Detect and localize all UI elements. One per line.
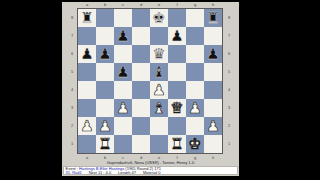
square-d1[interactable] bbox=[132, 135, 150, 153]
material-balance: Material 0 bbox=[143, 171, 161, 175]
piece-black-queen[interactable]: ♛ bbox=[150, 45, 168, 63]
square-h2[interactable]: ♟ bbox=[204, 117, 222, 135]
rank-label-6: 6 bbox=[225, 45, 233, 63]
piece-black-pawn[interactable]: ♟ bbox=[96, 45, 114, 63]
square-e6[interactable]: ♛ bbox=[150, 45, 168, 63]
square-h5[interactable] bbox=[204, 63, 222, 81]
square-e4[interactable]: ♟ bbox=[150, 81, 168, 99]
rank-labels-right: 87654321 bbox=[225, 9, 233, 153]
piece-white-rook[interactable]: ♜ bbox=[96, 135, 114, 153]
square-h3[interactable] bbox=[204, 99, 222, 117]
square-c3[interactable]: ♟ bbox=[114, 99, 132, 117]
square-a3[interactable] bbox=[78, 99, 96, 117]
rank-label-5: 5 bbox=[225, 63, 233, 81]
piece-black-pawn[interactable]: ♟ bbox=[204, 45, 222, 63]
rank-label-2: 2 bbox=[68, 117, 76, 135]
game-title: Gaprindashvili, Nona (USSR) - Tanner, He… bbox=[62, 159, 239, 166]
square-b1[interactable]: ♜ bbox=[96, 135, 114, 153]
square-g3[interactable]: ♟ bbox=[186, 99, 204, 117]
piece-black-pawn[interactable]: ♟ bbox=[168, 27, 186, 45]
rank-label-7: 7 bbox=[68, 27, 76, 45]
rank-label-8: 8 bbox=[68, 9, 76, 27]
piece-black-pawn[interactable]: ♟ bbox=[78, 45, 96, 63]
square-b8[interactable] bbox=[96, 9, 114, 27]
next-eval: Next 11 : 4.0 bbox=[89, 171, 111, 175]
game-length: Length 47 bbox=[118, 171, 136, 175]
piece-black-bishop[interactable]: ♝ bbox=[150, 63, 168, 81]
rank-labels-left: 87654321 bbox=[68, 9, 76, 153]
square-f8[interactable] bbox=[168, 9, 186, 27]
square-e5[interactable]: ♝ bbox=[150, 63, 168, 81]
square-e7[interactable] bbox=[150, 27, 168, 45]
square-a4[interactable] bbox=[78, 81, 96, 99]
square-d2[interactable] bbox=[132, 117, 150, 135]
square-d8[interactable] bbox=[132, 9, 150, 27]
rank-label-3: 3 bbox=[225, 99, 233, 117]
square-a6[interactable]: ♟ bbox=[78, 45, 96, 63]
square-d7[interactable] bbox=[132, 27, 150, 45]
square-d6[interactable] bbox=[132, 45, 150, 63]
square-b4[interactable] bbox=[96, 81, 114, 99]
rank-label-8: 8 bbox=[225, 9, 233, 27]
square-g1[interactable]: ♚ bbox=[186, 135, 204, 153]
square-d3[interactable] bbox=[132, 99, 150, 117]
square-f4[interactable] bbox=[168, 81, 186, 99]
piece-black-king[interactable]: ♚ bbox=[150, 9, 168, 27]
square-c6[interactable] bbox=[114, 45, 132, 63]
rank-label-1: 1 bbox=[225, 135, 233, 153]
square-h6[interactable]: ♟ bbox=[204, 45, 222, 63]
piece-white-pawn[interactable]: ♟ bbox=[114, 99, 132, 117]
square-a5[interactable] bbox=[78, 63, 96, 81]
square-f2[interactable] bbox=[168, 117, 186, 135]
piece-white-pawn[interactable]: ♟ bbox=[150, 81, 168, 99]
piece-white-pawn[interactable]: ♟ bbox=[186, 99, 204, 117]
rank-label-4: 4 bbox=[225, 81, 233, 99]
square-c8[interactable] bbox=[114, 9, 132, 27]
rank-label-1: 1 bbox=[68, 135, 76, 153]
rank-label-4: 4 bbox=[68, 81, 76, 99]
square-a7[interactable] bbox=[78, 27, 96, 45]
square-f5[interactable] bbox=[168, 63, 186, 81]
square-e8[interactable]: ♚ bbox=[150, 9, 168, 27]
stats-line: 31. Rad1Next 11 : 4.0Length 47Material 0 bbox=[66, 171, 239, 175]
square-b7[interactable] bbox=[96, 27, 114, 45]
square-c4[interactable] bbox=[114, 81, 132, 99]
rank-label-7: 7 bbox=[225, 27, 233, 45]
square-c2[interactable] bbox=[114, 117, 132, 135]
piece-white-bishop[interactable]: ♝ bbox=[150, 99, 168, 117]
piece-black-pawn[interactable]: ♟ bbox=[114, 27, 132, 45]
square-f6[interactable] bbox=[168, 45, 186, 63]
square-g4[interactable] bbox=[186, 81, 204, 99]
square-f7[interactable]: ♟ bbox=[168, 27, 186, 45]
rank-label-3: 3 bbox=[68, 99, 76, 117]
square-f1[interactable]: ♜ bbox=[168, 135, 186, 153]
square-g6[interactable] bbox=[186, 45, 204, 63]
square-f3[interactable]: ♛ bbox=[168, 99, 186, 117]
square-c1[interactable] bbox=[114, 135, 132, 153]
square-c5[interactable]: ♟ bbox=[114, 63, 132, 81]
square-b2[interactable]: ♟ bbox=[96, 117, 114, 135]
piece-white-queen[interactable]: ♛ bbox=[168, 99, 186, 117]
piece-black-pawn[interactable]: ♟ bbox=[114, 63, 132, 81]
piece-black-rook[interactable]: ♜ bbox=[204, 9, 222, 27]
rank-label-6: 6 bbox=[68, 45, 76, 63]
square-g2[interactable] bbox=[186, 117, 204, 135]
square-d5[interactable] bbox=[132, 63, 150, 81]
piece-white-rook[interactable]: ♜ bbox=[168, 135, 186, 153]
square-g8[interactable] bbox=[186, 9, 204, 27]
square-a2[interactable]: ♟ bbox=[78, 117, 96, 135]
square-b6[interactable]: ♟ bbox=[96, 45, 114, 63]
piece-black-rook[interactable]: ♜ bbox=[78, 9, 96, 27]
piece-white-pawn[interactable]: ♟ bbox=[204, 117, 222, 135]
square-b3[interactable] bbox=[96, 99, 114, 117]
square-e1[interactable] bbox=[150, 135, 168, 153]
piece-white-pawn[interactable]: ♟ bbox=[78, 117, 96, 135]
square-g5[interactable] bbox=[186, 63, 204, 81]
square-h7[interactable] bbox=[204, 27, 222, 45]
square-h1[interactable] bbox=[204, 135, 222, 153]
rank-label-2: 2 bbox=[225, 117, 233, 135]
square-c7[interactable]: ♟ bbox=[114, 27, 132, 45]
square-h4[interactable] bbox=[204, 81, 222, 99]
square-b5[interactable] bbox=[96, 63, 114, 81]
current-move: 31. Rad1 bbox=[66, 171, 82, 175]
square-e3[interactable]: ♝ bbox=[150, 99, 168, 117]
square-g7[interactable] bbox=[186, 27, 204, 45]
piece-white-king[interactable]: ♚ bbox=[186, 135, 204, 153]
rank-label-5: 5 bbox=[68, 63, 76, 81]
game-info-box: Event : Hastings B-Elite Hastings (1965 … bbox=[63, 166, 238, 175]
board-panel: abcdefgh 87654321 ♜♚♜♟♟♟♟♛♟♟♝♟♟♝♛♟♟♟♟♜♜♚… bbox=[62, 2, 239, 176]
square-h8[interactable]: ♜ bbox=[204, 9, 222, 27]
square-e2[interactable] bbox=[150, 117, 168, 135]
square-a8[interactable]: ♜ bbox=[78, 9, 96, 27]
square-d4[interactable] bbox=[132, 81, 150, 99]
square-a1[interactable] bbox=[78, 135, 96, 153]
chess-board[interactable]: ♜♚♜♟♟♟♟♛♟♟♝♟♟♝♛♟♟♟♟♜♜♚ bbox=[77, 8, 223, 154]
piece-white-pawn[interactable]: ♟ bbox=[96, 117, 114, 135]
